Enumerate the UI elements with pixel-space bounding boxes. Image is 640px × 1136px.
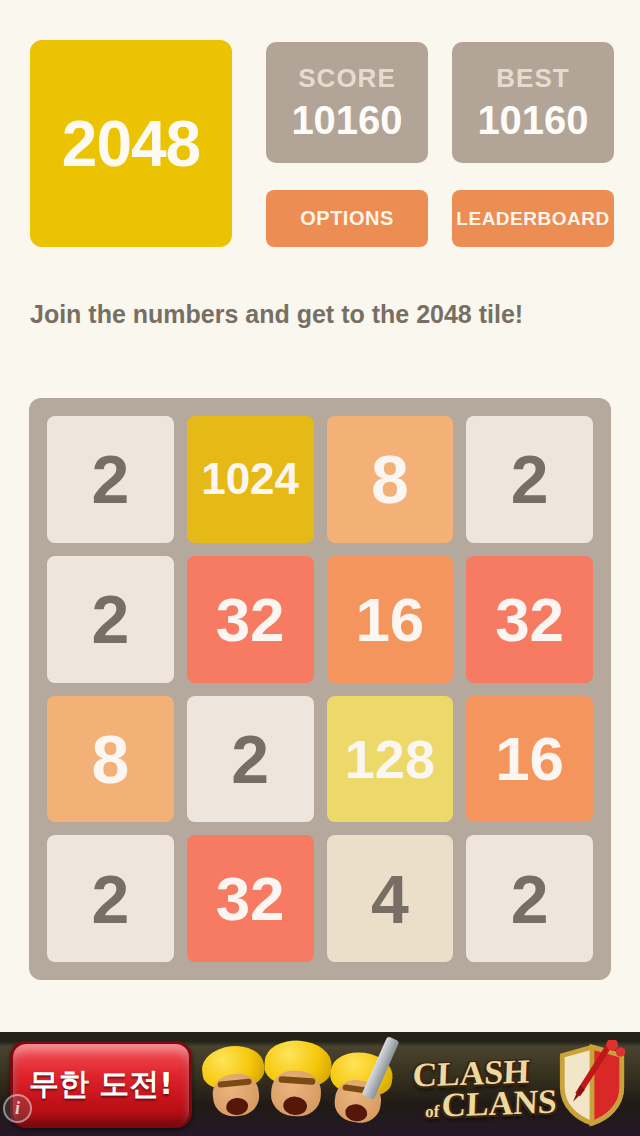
- tile-r3c2: 2: [187, 696, 314, 823]
- clash-of-clans-logo: CLASH ofCLANS: [411, 1055, 563, 1122]
- best-box: BEST 10160: [452, 42, 614, 163]
- tile-r2c1: 2: [47, 556, 174, 683]
- best-value: 10160: [477, 98, 588, 143]
- tile-r1c2: 1024: [187, 416, 314, 543]
- brand-line2: ofCLANS: [425, 1086, 562, 1121]
- tile-r1c3: 8: [327, 416, 454, 543]
- tile-r2c2: 32: [187, 556, 314, 683]
- tile-r3c1: 8: [47, 696, 174, 823]
- score-label: SCORE: [298, 63, 395, 94]
- shield-icon: [556, 1040, 628, 1128]
- tile-r1c1: 2: [47, 416, 174, 543]
- tagline: Join the numbers and get to the 2048 til…: [30, 300, 620, 329]
- ad-banner[interactable]: 무한 도전! CLASH ofCLANS i: [0, 1032, 640, 1136]
- tile-r2c4: 32: [466, 556, 593, 683]
- best-label: BEST: [496, 63, 569, 94]
- game-board[interactable]: 21024822321632821281623242: [29, 398, 611, 980]
- ad-cta-button[interactable]: 무한 도전!: [10, 1041, 192, 1128]
- brand-clans: CLANS: [441, 1082, 557, 1123]
- tile-r4c3: 4: [327, 835, 454, 962]
- options-button[interactable]: OPTIONS: [266, 190, 428, 247]
- leaderboard-button[interactable]: LEADERBOARD: [452, 190, 614, 247]
- tile-r4c2: 32: [187, 835, 314, 962]
- tile-r1c4: 2: [466, 416, 593, 543]
- score-box: SCORE 10160: [266, 42, 428, 163]
- ad-info-icon[interactable]: i: [3, 1094, 32, 1123]
- brand-of: of: [425, 1101, 440, 1121]
- game-logo-text: 2048: [62, 107, 200, 181]
- tile-r4c4: 2: [466, 835, 593, 962]
- game-logo-tile: 2048: [30, 40, 232, 247]
- tile-r2c3: 16: [327, 556, 454, 683]
- score-value: 10160: [291, 98, 402, 143]
- tile-r4c1: 2: [47, 835, 174, 962]
- tile-r3c3: 128: [327, 696, 454, 823]
- tile-r3c4: 16: [466, 696, 593, 823]
